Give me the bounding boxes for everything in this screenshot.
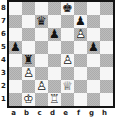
white-rook-d1: ♖	[48, 93, 61, 106]
square-e4: ♟♙	[61, 54, 74, 67]
white-pawn-f6: ♙	[74, 28, 87, 41]
square-d7	[48, 15, 61, 28]
black-rook-b4: ♜	[22, 54, 35, 67]
square-g3	[87, 67, 100, 80]
file-label-d: d	[46, 109, 59, 118]
square-c6	[35, 28, 48, 41]
white-pawn-e4: ♙	[61, 54, 74, 67]
white-queen-e2: ♕	[61, 80, 74, 93]
square-a6	[9, 28, 22, 41]
square-f2	[74, 80, 87, 93]
square-a2	[9, 80, 22, 93]
square-d1: ♜♖	[48, 93, 61, 106]
square-d6: ♟	[48, 28, 61, 41]
square-d3	[48, 67, 61, 80]
white-rook-fill-d1: ♜	[48, 93, 61, 106]
square-d2	[48, 80, 61, 93]
file-label-f: f	[72, 109, 85, 118]
black-pawn-g5: ♟	[87, 41, 100, 54]
square-e3	[61, 67, 74, 80]
square-c8	[35, 2, 48, 15]
square-c3	[35, 67, 48, 80]
rank-labels: 87654321	[0, 2, 7, 106]
rank-label-7: 7	[0, 15, 7, 28]
square-e7	[61, 15, 74, 28]
square-e8: ♚	[61, 2, 74, 15]
square-g7	[87, 15, 100, 28]
square-f8	[74, 2, 87, 15]
square-b3: ♟♙	[22, 67, 35, 80]
rank-label-5: 5	[0, 41, 7, 54]
file-labels: abcdefgh	[7, 109, 115, 118]
square-c5	[35, 41, 48, 54]
square-e1	[61, 93, 74, 106]
chess-diagram: 87654321 ♚♛♟♟♟♙♟♟♜♟♙♟♙♟♙♛♕♚♔♜♖ abcdefgh	[0, 0, 118, 118]
square-f6: ♟♙	[74, 28, 87, 41]
file-label-e: e	[59, 109, 72, 118]
square-h6	[100, 28, 113, 41]
black-king-e8: ♚	[61, 2, 74, 15]
chess-board: ♚♛♟♟♟♙♟♟♜♟♙♟♙♟♙♛♕♚♔♜♖	[7, 0, 115, 108]
square-f1	[74, 93, 87, 106]
square-h2	[100, 80, 113, 93]
square-g6	[87, 28, 100, 41]
square-b5	[22, 41, 35, 54]
square-h7	[100, 15, 113, 28]
black-pawn-f7: ♟	[74, 15, 87, 28]
square-a1	[9, 93, 22, 106]
white-queen-fill-e2: ♛	[61, 80, 74, 93]
file-label-a: a	[7, 109, 20, 118]
square-d5	[48, 41, 61, 54]
square-b8	[22, 2, 35, 15]
square-e2: ♛♕	[61, 80, 74, 93]
white-king-fill-b1: ♚	[22, 93, 35, 106]
square-d4	[48, 54, 61, 67]
square-c4	[35, 54, 48, 67]
square-a8	[9, 2, 22, 15]
square-b4: ♜	[22, 54, 35, 67]
white-pawn-fill-e4: ♟	[61, 54, 74, 67]
black-pawn-d6: ♟	[48, 28, 61, 41]
square-h4	[100, 54, 113, 67]
file-label-g: g	[85, 109, 98, 118]
square-d8	[48, 2, 61, 15]
white-pawn-fill-b3: ♟	[22, 67, 35, 80]
square-b6	[22, 28, 35, 41]
square-g2	[87, 80, 100, 93]
square-g8	[87, 2, 100, 15]
rank-label-4: 4	[0, 54, 7, 67]
white-pawn-fill-c2: ♟	[35, 80, 48, 93]
square-a3	[9, 67, 22, 80]
black-queen-c7: ♛	[35, 15, 48, 28]
white-pawn-c2: ♙	[35, 80, 48, 93]
square-h1	[100, 93, 113, 106]
white-pawn-fill-f6: ♟	[74, 28, 87, 41]
square-g1	[87, 93, 100, 106]
square-f7: ♟	[74, 15, 87, 28]
rank-label-6: 6	[0, 28, 7, 41]
rank-label-8: 8	[0, 2, 7, 15]
square-c2: ♟♙	[35, 80, 48, 93]
square-a4	[9, 54, 22, 67]
square-b7	[22, 15, 35, 28]
rank-label-2: 2	[0, 80, 7, 93]
square-f5	[74, 41, 87, 54]
square-g4	[87, 54, 100, 67]
square-c1	[35, 93, 48, 106]
square-f4	[74, 54, 87, 67]
square-a7	[9, 15, 22, 28]
file-label-b: b	[20, 109, 33, 118]
square-e6	[61, 28, 74, 41]
rank-label-1: 1	[0, 93, 7, 106]
square-b2	[22, 80, 35, 93]
square-h3	[100, 67, 113, 80]
white-king-b1: ♔	[22, 93, 35, 106]
square-b1: ♚♔	[22, 93, 35, 106]
square-h8	[100, 2, 113, 15]
rank-label-3: 3	[0, 67, 7, 80]
white-pawn-b3: ♙	[22, 67, 35, 80]
square-h5	[100, 41, 113, 54]
square-e5	[61, 41, 74, 54]
black-pawn-a5: ♟	[9, 41, 22, 54]
square-f3	[74, 67, 87, 80]
square-g5: ♟	[87, 41, 100, 54]
square-c7: ♛	[35, 15, 48, 28]
square-a5: ♟	[9, 41, 22, 54]
file-label-h: h	[98, 109, 111, 118]
file-label-c: c	[33, 109, 46, 118]
